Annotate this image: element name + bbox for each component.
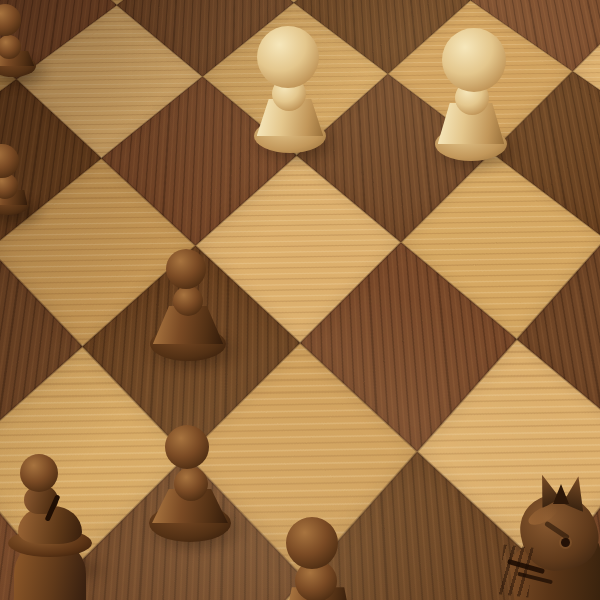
pawn-collar: [174, 467, 208, 501]
pieces-layer: ♙♙♟♟♟♟♟♝♞: [0, 0, 600, 600]
bishop-finial: [20, 454, 58, 492]
chessboard-photo: ♙♙♟♟♟♟♟♝♞: [0, 0, 600, 600]
knight-mane-grooves: [498, 545, 533, 598]
